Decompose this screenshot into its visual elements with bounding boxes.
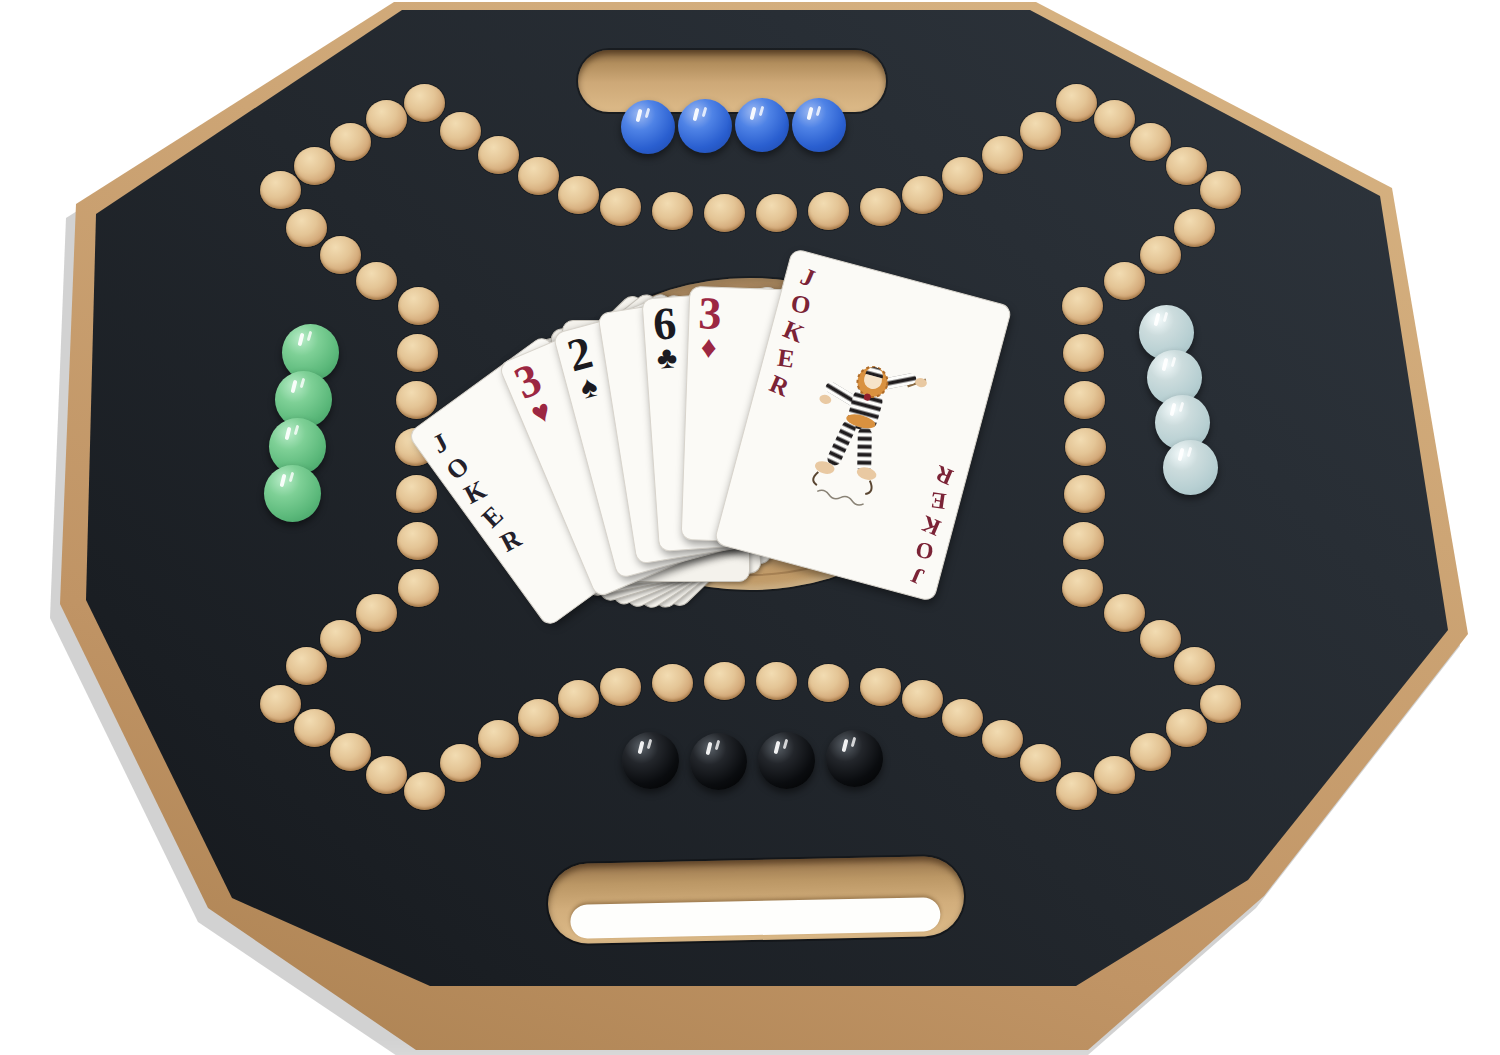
track-hole[interactable] bbox=[478, 720, 519, 758]
track-hole[interactable] bbox=[982, 136, 1023, 174]
track-hole[interactable] bbox=[1064, 475, 1105, 513]
track-hole[interactable] bbox=[398, 569, 439, 607]
blue-marble[interactable] bbox=[678, 99, 732, 153]
track-hole[interactable] bbox=[756, 194, 797, 232]
track-hole[interactable] bbox=[396, 475, 437, 513]
track-hole[interactable] bbox=[518, 699, 559, 737]
track-hole[interactable] bbox=[1140, 620, 1181, 658]
track-hole[interactable] bbox=[1065, 428, 1106, 466]
track-hole[interactable] bbox=[1200, 171, 1241, 209]
track-hole[interactable] bbox=[1094, 756, 1135, 794]
black-marble[interactable] bbox=[826, 730, 883, 787]
track-hole[interactable] bbox=[808, 192, 849, 230]
handle-through-hole bbox=[570, 897, 941, 939]
black-marble[interactable] bbox=[690, 733, 747, 790]
track-hole[interactable] bbox=[286, 647, 327, 685]
track-hole[interactable] bbox=[600, 188, 641, 226]
card-suit: ♦ bbox=[700, 334, 717, 361]
track-hole[interactable] bbox=[652, 664, 693, 702]
track-hole[interactable] bbox=[756, 662, 797, 700]
track-hole[interactable] bbox=[704, 662, 745, 700]
track-hole[interactable] bbox=[330, 123, 371, 161]
track-hole[interactable] bbox=[366, 756, 407, 794]
track-hole[interactable] bbox=[1130, 733, 1171, 771]
white-marble[interactable] bbox=[1163, 440, 1218, 495]
track-hole[interactable] bbox=[356, 262, 397, 300]
track-hole[interactable] bbox=[808, 664, 849, 702]
track-hole[interactable] bbox=[942, 699, 983, 737]
blue-marble[interactable] bbox=[621, 100, 675, 154]
card-suit: ♣ bbox=[656, 344, 678, 372]
track-hole[interactable] bbox=[902, 680, 943, 718]
track-hole[interactable] bbox=[1174, 209, 1215, 247]
track-hole[interactable] bbox=[1062, 287, 1103, 325]
track-hole[interactable] bbox=[1104, 594, 1145, 632]
card-rank: 3 bbox=[698, 293, 722, 333]
track-hole[interactable] bbox=[902, 176, 943, 214]
track-hole[interactable] bbox=[294, 147, 335, 185]
track-hole[interactable] bbox=[397, 334, 438, 372]
joker-jester-art bbox=[787, 348, 934, 522]
track-hole[interactable] bbox=[478, 136, 519, 174]
track-hole[interactable] bbox=[704, 194, 745, 232]
black-marble[interactable] bbox=[758, 732, 815, 789]
track-hole[interactable] bbox=[1174, 647, 1215, 685]
track-hole[interactable] bbox=[942, 157, 983, 195]
track-hole[interactable] bbox=[558, 680, 599, 718]
track-hole[interactable] bbox=[294, 709, 335, 747]
track-hole[interactable] bbox=[1063, 522, 1104, 560]
track-hole[interactable] bbox=[1104, 262, 1145, 300]
track-hole[interactable] bbox=[600, 668, 641, 706]
track-hole[interactable] bbox=[440, 744, 481, 782]
track-hole[interactable] bbox=[320, 236, 361, 274]
track-hole[interactable] bbox=[860, 188, 901, 226]
track-hole[interactable] bbox=[1020, 112, 1061, 150]
track-hole[interactable] bbox=[518, 157, 559, 195]
card-suit: ♥ bbox=[528, 397, 555, 428]
track-hole[interactable] bbox=[286, 209, 327, 247]
track-hole[interactable] bbox=[1063, 334, 1104, 372]
track-hole[interactable] bbox=[440, 112, 481, 150]
track-hole[interactable] bbox=[1166, 709, 1207, 747]
green-marble[interactable] bbox=[264, 465, 321, 522]
black-marble[interactable] bbox=[622, 732, 679, 789]
track-hole[interactable] bbox=[652, 192, 693, 230]
track-hole[interactable] bbox=[330, 733, 371, 771]
track-hole[interactable] bbox=[398, 287, 439, 325]
bottom-handle-slot bbox=[547, 856, 965, 945]
board-photo: JOKER3♥2♠6♣3♦JOKERJOKER bbox=[0, 0, 1500, 1055]
track-hole[interactable] bbox=[558, 176, 599, 214]
track-hole[interactable] bbox=[1056, 772, 1097, 810]
track-hole[interactable] bbox=[260, 685, 301, 723]
track-hole[interactable] bbox=[982, 720, 1023, 758]
track-hole[interactable] bbox=[1140, 236, 1181, 274]
track-hole[interactable] bbox=[356, 594, 397, 632]
top-handle-slot bbox=[578, 50, 886, 112]
track-hole[interactable] bbox=[320, 620, 361, 658]
track-hole[interactable] bbox=[396, 381, 437, 419]
card-rank: 6 bbox=[652, 303, 678, 344]
track-hole[interactable] bbox=[366, 100, 407, 138]
blue-marble[interactable] bbox=[792, 98, 846, 152]
track-hole[interactable] bbox=[1062, 569, 1103, 607]
track-hole[interactable] bbox=[1166, 147, 1207, 185]
track-hole[interactable] bbox=[397, 522, 438, 560]
track-hole[interactable] bbox=[404, 84, 445, 122]
track-hole[interactable] bbox=[1094, 100, 1135, 138]
track-hole[interactable] bbox=[1200, 685, 1241, 723]
track-hole[interactable] bbox=[404, 772, 445, 810]
blue-marble[interactable] bbox=[735, 98, 789, 152]
track-hole[interactable] bbox=[1020, 744, 1061, 782]
track-hole[interactable] bbox=[1130, 123, 1171, 161]
track-hole[interactable] bbox=[1064, 381, 1105, 419]
track-hole[interactable] bbox=[860, 668, 901, 706]
track-hole[interactable] bbox=[1056, 84, 1097, 122]
card-suit: ♠ bbox=[577, 373, 600, 403]
track-hole[interactable] bbox=[260, 171, 301, 209]
